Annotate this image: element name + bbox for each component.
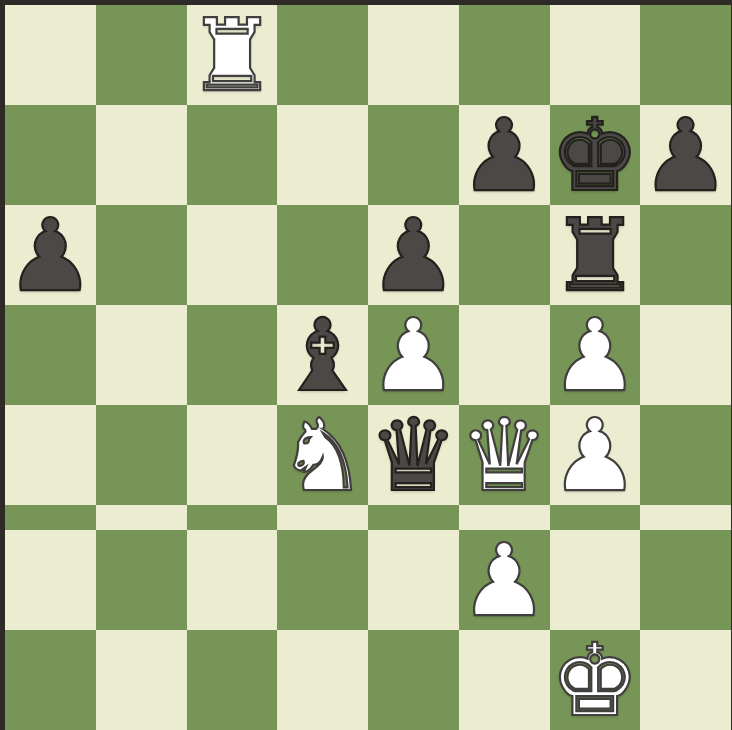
square-e1[interactable] bbox=[368, 630, 459, 730]
square-f4[interactable]: ♛ bbox=[459, 405, 550, 505]
square-c2[interactable] bbox=[187, 530, 278, 630]
square-c8[interactable]: ♜ bbox=[187, 5, 278, 105]
chess-board: ♜♟♚♟♟♟♜♝♟♟♞♛♛♟♟♚ bbox=[5, 5, 731, 730]
square-f6[interactable] bbox=[459, 205, 550, 305]
square-f5[interactable] bbox=[459, 305, 550, 405]
square-g5[interactable]: ♟ bbox=[550, 305, 641, 405]
square-e4[interactable]: ♛ bbox=[368, 405, 459, 505]
square-h6[interactable] bbox=[640, 205, 731, 305]
square-d8[interactable] bbox=[277, 5, 368, 105]
square-d2[interactable] bbox=[277, 530, 368, 630]
square-e6[interactable]: ♟ bbox=[368, 205, 459, 305]
square-e8[interactable] bbox=[368, 5, 459, 105]
square-f8[interactable] bbox=[459, 5, 550, 105]
square-g6[interactable]: ♜ bbox=[550, 205, 641, 305]
square-b5[interactable] bbox=[96, 305, 187, 405]
square-g1[interactable]: ♚ bbox=[550, 630, 641, 730]
square-a1[interactable] bbox=[5, 630, 96, 730]
square-g2[interactable] bbox=[550, 530, 641, 630]
square-e7[interactable] bbox=[368, 105, 459, 205]
square-f7[interactable]: ♟ bbox=[459, 105, 550, 205]
white-pawn-g5[interactable]: ♟ bbox=[550, 306, 640, 406]
square-d6[interactable] bbox=[277, 205, 368, 305]
square-b6[interactable] bbox=[96, 205, 187, 305]
square-d4[interactable]: ♞ bbox=[277, 405, 368, 505]
square-h3[interactable] bbox=[640, 505, 731, 530]
black-bishop-d5[interactable]: ♝ bbox=[278, 306, 368, 406]
square-c5[interactable] bbox=[187, 305, 278, 405]
square-g8[interactable] bbox=[550, 5, 641, 105]
square-d1[interactable] bbox=[277, 630, 368, 730]
square-h1[interactable] bbox=[640, 630, 731, 730]
white-pawn-e5[interactable]: ♟ bbox=[369, 306, 459, 406]
square-c3[interactable] bbox=[187, 505, 278, 530]
square-c1[interactable] bbox=[187, 630, 278, 730]
square-a7[interactable] bbox=[5, 105, 96, 205]
square-f2[interactable]: ♟ bbox=[459, 530, 550, 630]
black-pawn-a6[interactable]: ♟ bbox=[6, 206, 96, 306]
square-b7[interactable] bbox=[96, 105, 187, 205]
square-b3[interactable] bbox=[96, 505, 187, 530]
black-pawn-f7[interactable]: ♟ bbox=[459, 106, 549, 206]
square-e2[interactable] bbox=[368, 530, 459, 630]
square-c6[interactable] bbox=[187, 205, 278, 305]
square-a4[interactable] bbox=[5, 405, 96, 505]
square-c7[interactable] bbox=[187, 105, 278, 205]
square-d5[interactable]: ♝ bbox=[277, 305, 368, 405]
square-a8[interactable] bbox=[5, 5, 96, 105]
square-h8[interactable] bbox=[640, 5, 731, 105]
square-g3[interactable] bbox=[550, 505, 641, 530]
square-b2[interactable] bbox=[96, 530, 187, 630]
square-a3[interactable] bbox=[5, 505, 96, 530]
white-rook-c8[interactable]: ♜ bbox=[187, 6, 277, 106]
square-a2[interactable] bbox=[5, 530, 96, 630]
square-a6[interactable]: ♟ bbox=[5, 205, 96, 305]
square-b4[interactable] bbox=[96, 405, 187, 505]
white-knight-d4[interactable]: ♞ bbox=[278, 406, 368, 506]
white-pawn-g4[interactable]: ♟ bbox=[550, 406, 640, 506]
square-d3[interactable] bbox=[277, 505, 368, 530]
square-d7[interactable] bbox=[277, 105, 368, 205]
square-g7[interactable]: ♚ bbox=[550, 105, 641, 205]
black-pawn-e6[interactable]: ♟ bbox=[369, 206, 459, 306]
square-b8[interactable] bbox=[96, 5, 187, 105]
black-queen-e4[interactable]: ♛ bbox=[369, 406, 459, 506]
white-pawn-f2[interactable]: ♟ bbox=[459, 531, 549, 631]
square-g4[interactable]: ♟ bbox=[550, 405, 641, 505]
square-c4[interactable] bbox=[187, 405, 278, 505]
square-h4[interactable] bbox=[640, 405, 731, 505]
black-pawn-h7[interactable]: ♟ bbox=[641, 106, 731, 206]
square-f1[interactable] bbox=[459, 630, 550, 730]
square-h7[interactable]: ♟ bbox=[640, 105, 731, 205]
white-queen-f4[interactable]: ♛ bbox=[459, 406, 549, 506]
black-king-g7[interactable]: ♚ bbox=[550, 106, 640, 206]
square-e5[interactable]: ♟ bbox=[368, 305, 459, 405]
square-h2[interactable] bbox=[640, 530, 731, 630]
square-b1[interactable] bbox=[96, 630, 187, 730]
square-e3[interactable] bbox=[368, 505, 459, 530]
square-a5[interactable] bbox=[5, 305, 96, 405]
white-king-g1[interactable]: ♚ bbox=[550, 631, 640, 730]
black-rook-g6[interactable]: ♜ bbox=[550, 206, 640, 306]
square-h5[interactable] bbox=[640, 305, 731, 405]
